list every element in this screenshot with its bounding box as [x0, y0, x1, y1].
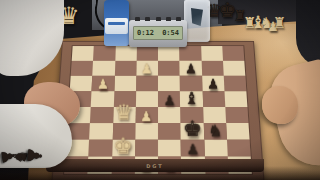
square-g3	[114, 61, 136, 76]
square-c8	[226, 123, 250, 140]
square-f3	[114, 76, 136, 91]
clock-left-time: 0:12	[137, 29, 154, 37]
square-h4	[136, 46, 158, 61]
square-d8	[225, 107, 248, 123]
square-h2	[93, 46, 115, 61]
square-g5	[158, 61, 180, 76]
square-g4: ♟	[136, 61, 158, 76]
square-h5	[158, 46, 180, 61]
light-p-d4: ♟	[140, 109, 152, 123]
square-e3	[113, 91, 136, 107]
square-b7	[204, 140, 228, 157]
dark-p-g6: ♟	[185, 62, 197, 75]
square-e8	[224, 91, 247, 107]
square-d4: ♟	[135, 107, 158, 123]
square-h3	[115, 46, 137, 61]
square-c4	[135, 123, 158, 140]
dark-p-b6: ♟	[186, 142, 199, 156]
dark-p-e5: ♟	[163, 93, 175, 107]
captured-dark-piece: ♟	[24, 146, 44, 165]
clock-right-time: 0:54	[162, 29, 179, 37]
square-f6	[180, 76, 202, 91]
square-b5	[158, 140, 181, 157]
square-c3	[112, 123, 135, 140]
square-f2: ♟	[92, 76, 115, 91]
square-h7	[201, 46, 223, 61]
square-c2	[89, 123, 112, 140]
clock-buttons	[135, 17, 181, 21]
square-b8	[227, 140, 251, 157]
square-b2	[88, 140, 112, 157]
square-c5	[158, 123, 181, 140]
square-d6	[180, 107, 203, 123]
square-f1	[70, 76, 93, 91]
square-e6: ♝	[180, 91, 203, 107]
square-e7	[202, 91, 225, 107]
dark-b-e6: ♝	[184, 90, 199, 107]
square-f5	[158, 76, 180, 91]
square-h6	[179, 46, 201, 61]
water-bottle	[104, 0, 129, 46]
glass-logo	[191, 8, 203, 26]
bottom-shadow	[0, 166, 320, 180]
square-g8	[223, 61, 246, 76]
square-g1	[71, 61, 94, 76]
square-f8	[223, 76, 246, 91]
captured-light-piece: ♜	[273, 16, 286, 31]
board-grid: ♟♟♟♟♟♝♛♟♚♞♚♟♟♟	[64, 46, 252, 174]
square-c7: ♞	[203, 123, 226, 140]
bottle-label	[105, 18, 128, 34]
captured-pieces-bottom-left: ♟♞♟	[0, 146, 43, 165]
square-b4	[135, 140, 158, 157]
dgt-chess-clock: 0:12 0:54	[129, 20, 187, 47]
square-f7: ♟	[202, 76, 225, 91]
square-f4	[136, 76, 158, 91]
square-b3: ♚	[112, 140, 135, 157]
square-d2	[90, 107, 113, 123]
dark-n-c7: ♞	[208, 123, 222, 139]
clock-lcd: 0:12 0:54	[133, 26, 183, 40]
square-b6: ♟	[181, 140, 204, 157]
square-d3: ♛	[113, 107, 136, 123]
square-h8	[222, 46, 244, 61]
light-p-f2: ♟	[97, 78, 109, 92]
drinking-glass	[184, 0, 210, 42]
square-e5: ♟	[158, 91, 180, 107]
square-g6: ♟	[180, 61, 202, 76]
broadcast-frame: ♛ ♛♚♜ ♜♝♞♟♜ ♟♟♟♟♟♝♛♟♚♞♚♟♟♟ DGT 0:12 0:54…	[0, 0, 320, 180]
square-d5	[158, 107, 181, 123]
square-h1	[72, 46, 94, 61]
dark-p-f7: ♟	[207, 78, 219, 92]
captured-pieces-top-right: ♛♚♜	[206, 0, 247, 24]
light-p-g4: ♟	[141, 62, 153, 75]
square-e4	[136, 91, 158, 107]
square-g7	[201, 61, 223, 76]
square-e2	[91, 91, 114, 107]
dark-k-c6: ♚	[183, 118, 202, 140]
square-d7	[203, 107, 226, 123]
right-player-fist	[262, 86, 298, 124]
square-c6: ♚	[181, 123, 204, 140]
square-g2	[93, 61, 115, 76]
